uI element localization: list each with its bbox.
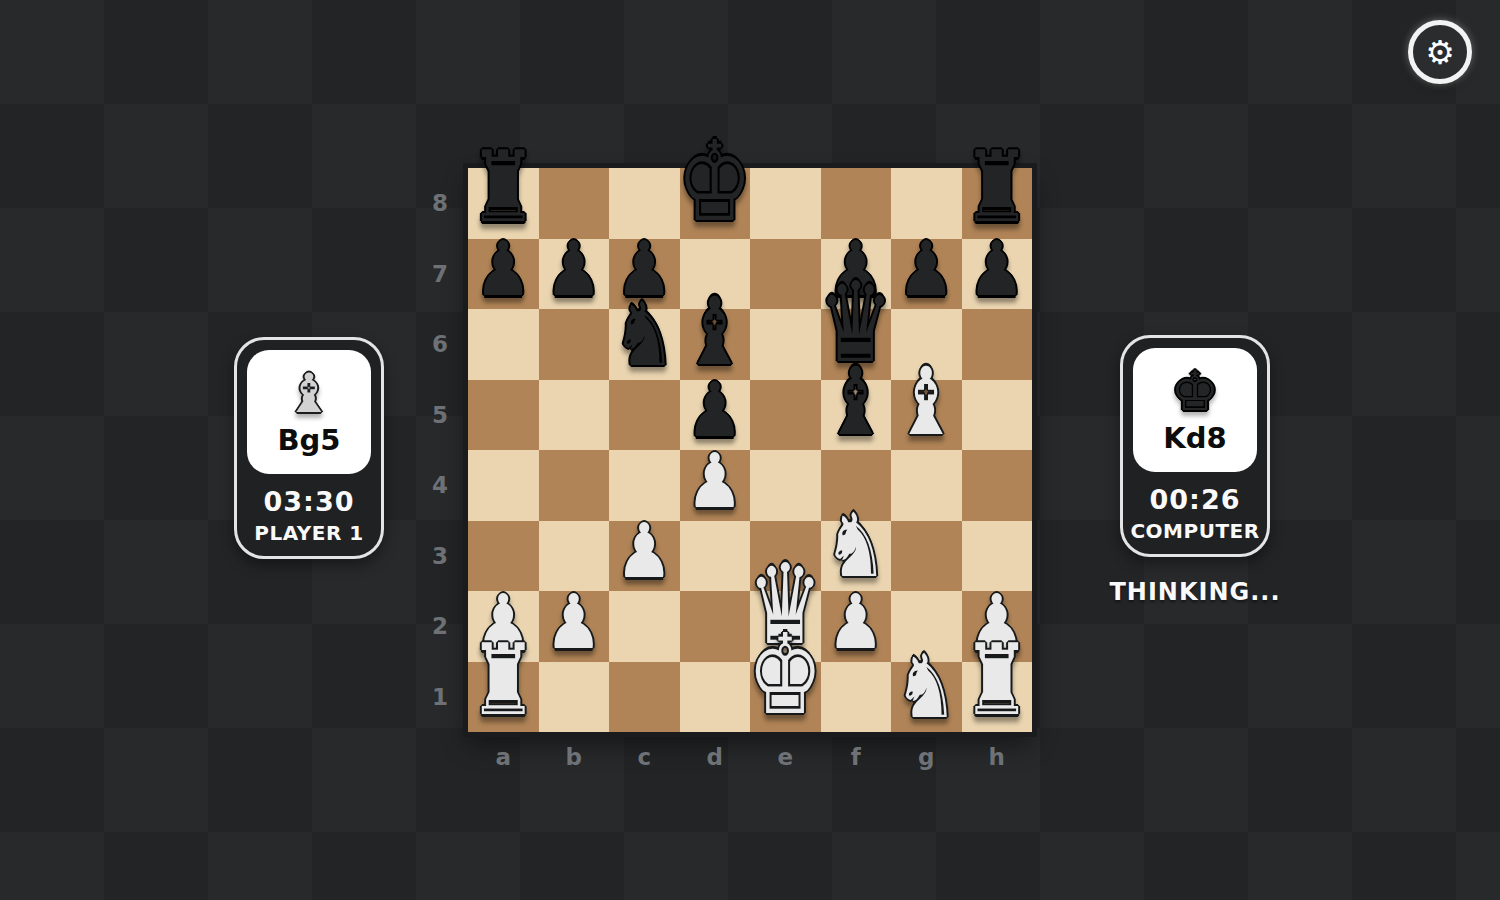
square-a4[interactable] [468, 450, 539, 521]
piece-white-king[interactable]: ♚ [748, 619, 823, 730]
piece-white-pawn[interactable]: ♟ [827, 584, 884, 660]
rank-label-7: 7 [406, 239, 448, 310]
piece-black-knight[interactable]: ♞ [612, 290, 677, 378]
player1-name: PLAYER 1 [237, 521, 381, 545]
square-b7[interactable]: ♟ [539, 239, 610, 310]
file-label-e: e [750, 740, 821, 774]
square-h6[interactable] [962, 309, 1033, 380]
square-f5[interactable]: ♝ [821, 380, 892, 451]
gear-icon: ⚙ [1425, 36, 1455, 69]
piece-white-knight[interactable]: ♞ [823, 501, 888, 589]
square-g7[interactable]: ♟ [891, 239, 962, 310]
square-a7[interactable]: ♟ [468, 239, 539, 310]
square-c6[interactable]: ♞ [609, 309, 680, 380]
square-b5[interactable] [539, 380, 610, 451]
rank-label-5: 5 [406, 380, 448, 451]
computer-status: THINKING... [1106, 578, 1284, 606]
file-label-h: h [962, 740, 1033, 774]
piece-white-bishop[interactable]: ♝ [894, 354, 959, 448]
piece-black-pawn[interactable]: ♟ [545, 231, 602, 307]
square-e7[interactable] [750, 239, 821, 310]
rank-label-8: 8 [406, 168, 448, 239]
black-king-icon: ♚ [1171, 365, 1219, 419]
computer-panel: ♚ Kd8 00:26 COMPUTER [1120, 335, 1270, 557]
piece-black-rook[interactable]: ♜ [469, 138, 537, 237]
square-d8[interactable]: ♚ [680, 168, 751, 239]
settings-button[interactable]: ⚙ [1408, 20, 1472, 84]
square-e4[interactable] [750, 450, 821, 521]
square-g5[interactable]: ♝ [891, 380, 962, 451]
rank-label-2: 2 [406, 591, 448, 662]
player1-clock: 03:30 [237, 486, 381, 517]
square-a5[interactable] [468, 380, 539, 451]
square-e6[interactable] [750, 309, 821, 380]
file-label-d: d [680, 740, 751, 774]
rank-label-6: 6 [406, 309, 448, 380]
piece-black-bishop[interactable]: ♝ [823, 354, 888, 448]
square-g3[interactable] [891, 521, 962, 592]
file-labels: abcdefgh [468, 740, 1032, 774]
piece-black-pawn[interactable]: ♟ [898, 231, 955, 307]
player1-last-move: Bg5 [277, 423, 340, 457]
rank-label-3: 3 [406, 521, 448, 592]
piece-black-rook[interactable]: ♜ [963, 138, 1031, 237]
file-label-a: a [468, 740, 539, 774]
rank-labels: 87654321 [406, 168, 448, 732]
piece-white-knight[interactable]: ♞ [894, 642, 959, 730]
computer-clock: 00:26 [1123, 484, 1267, 515]
piece-white-rook[interactable]: ♜ [469, 631, 537, 730]
square-f1[interactable] [821, 662, 892, 733]
piece-black-pawn[interactable]: ♟ [968, 231, 1025, 307]
square-a1[interactable]: ♜ [468, 662, 539, 733]
rank-label-4: 4 [406, 450, 448, 521]
square-g1[interactable]: ♞ [891, 662, 962, 733]
square-d1[interactable] [680, 662, 751, 733]
game-screen: 87654321 ♜♚♜♟♟♟♟♟♟♞♝♛♟♝♝♟♟♞♟♟♛♟♟♜♚♞♜ abc… [0, 0, 1500, 900]
file-label-c: c [609, 740, 680, 774]
square-h4[interactable] [962, 450, 1033, 521]
piece-black-king[interactable]: ♚ [677, 126, 752, 237]
chess-board: ♜♚♜♟♟♟♟♟♟♞♝♛♟♝♝♟♟♞♟♟♛♟♟♜♚♞♜ [468, 168, 1032, 732]
computer-move-card: ♚ Kd8 [1133, 348, 1257, 472]
square-b6[interactable] [539, 309, 610, 380]
square-e5[interactable] [750, 380, 821, 451]
square-g4[interactable] [891, 450, 962, 521]
square-c5[interactable] [609, 380, 680, 451]
square-b1[interactable] [539, 662, 610, 733]
file-label-b: b [539, 740, 610, 774]
file-label-g: g [891, 740, 962, 774]
computer-name: COMPUTER [1123, 519, 1267, 543]
white-bishop-icon: ♝ [285, 367, 333, 421]
piece-white-pawn[interactable]: ♟ [545, 584, 602, 660]
piece-black-bishop[interactable]: ♝ [682, 284, 747, 378]
piece-white-pawn[interactable]: ♟ [616, 513, 673, 589]
square-c3[interactable]: ♟ [609, 521, 680, 592]
player1-move-card: ♝ Bg5 [247, 350, 371, 474]
rank-label-1: 1 [406, 662, 448, 733]
piece-black-pawn[interactable]: ♟ [475, 231, 532, 307]
square-d3[interactable] [680, 521, 751, 592]
square-h7[interactable]: ♟ [962, 239, 1033, 310]
computer-last-move: Kd8 [1163, 421, 1226, 455]
square-f2[interactable]: ♟ [821, 591, 892, 662]
square-e1[interactable]: ♚ [750, 662, 821, 733]
square-c2[interactable] [609, 591, 680, 662]
player1-panel: ♝ Bg5 03:30 PLAYER 1 [234, 337, 384, 559]
square-a6[interactable] [468, 309, 539, 380]
square-c1[interactable] [609, 662, 680, 733]
piece-white-rook[interactable]: ♜ [963, 631, 1031, 730]
square-h1[interactable]: ♜ [962, 662, 1033, 733]
file-label-f: f [821, 740, 892, 774]
square-h5[interactable] [962, 380, 1033, 451]
square-d2[interactable] [680, 591, 751, 662]
square-b4[interactable] [539, 450, 610, 521]
square-b2[interactable]: ♟ [539, 591, 610, 662]
square-d4[interactable]: ♟ [680, 450, 751, 521]
piece-white-pawn[interactable]: ♟ [686, 443, 743, 519]
square-e8[interactable] [750, 168, 821, 239]
